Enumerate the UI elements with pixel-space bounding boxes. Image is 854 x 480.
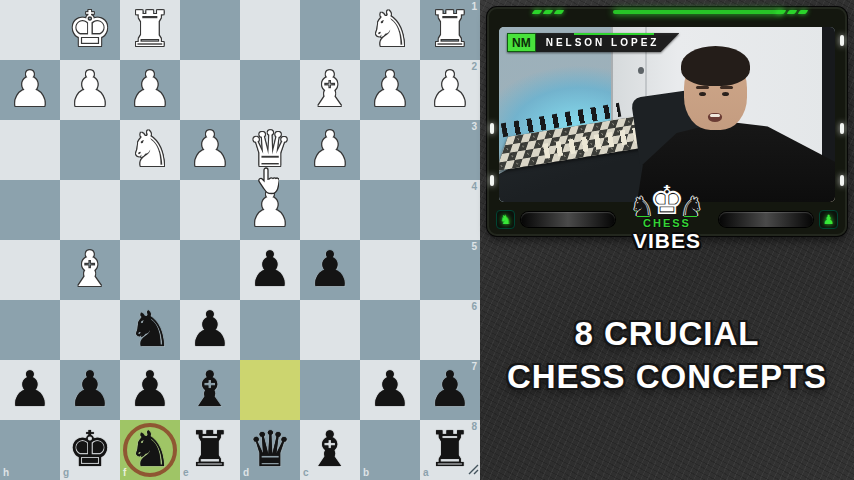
- frame-edge-dash: [490, 123, 494, 134]
- square-b7[interactable]: ♟: [360, 360, 420, 420]
- square-f8[interactable]: ♞f: [120, 420, 180, 480]
- square-a2[interactable]: ♟2: [420, 60, 480, 120]
- white-pawn[interactable]: ♟: [360, 60, 420, 120]
- presenter-eye: [699, 92, 706, 96]
- pawn-icon: ♟: [819, 210, 838, 229]
- square-d2[interactable]: [240, 60, 300, 120]
- frame-accent-line: [613, 10, 783, 14]
- square-a5[interactable]: 5: [420, 240, 480, 300]
- webcam-view[interactable]: NM NELSON LOPEZ: [499, 27, 835, 202]
- app: ♚♜♞♜1♟♟♟♝♟♟2♞♟♛♟3♟4♝♟♟5♞♟6♟♟♟♝♟♟7h♚g♞f♜e…: [0, 0, 854, 480]
- webcam-door-knob: [638, 67, 644, 74]
- white-rook[interactable]: ♜: [120, 0, 180, 60]
- rank-label: 6: [471, 302, 477, 312]
- file-label: b: [363, 468, 369, 478]
- square-g2[interactable]: ♟: [60, 60, 120, 120]
- file-label: a: [423, 468, 429, 478]
- square-a1[interactable]: ♜1: [420, 0, 480, 60]
- square-e6[interactable]: ♟: [180, 300, 240, 360]
- square-e3[interactable]: ♟: [180, 120, 240, 180]
- square-c3[interactable]: ♟: [300, 120, 360, 180]
- white-bishop[interactable]: ♝: [60, 240, 120, 300]
- square-e1[interactable]: [180, 0, 240, 60]
- square-c8[interactable]: ♝c: [300, 420, 360, 480]
- headline: 8 CRUCIAL CHESS CONCEPTS: [480, 312, 854, 398]
- right-panel: NM NELSON LOPEZ ♞ ♟ ♞ ♚ ♞ CHESS VIBES: [480, 0, 854, 480]
- black-bishop[interactable]: ♝: [180, 360, 240, 420]
- white-knight[interactable]: ♞: [120, 120, 180, 180]
- square-g7[interactable]: ♟: [60, 360, 120, 420]
- black-pawn[interactable]: ♟: [0, 360, 60, 420]
- frame-edge-dash: [490, 175, 494, 186]
- rank-label: 5: [471, 242, 477, 252]
- square-e8[interactable]: ♜e: [180, 420, 240, 480]
- right-slot: [719, 212, 813, 227]
- square-h4[interactable]: [0, 180, 60, 240]
- square-d3[interactable]: ♛: [240, 120, 300, 180]
- rank-label: 4: [471, 182, 477, 192]
- black-rook[interactable]: ♜: [180, 420, 240, 480]
- file-label: h: [3, 468, 9, 478]
- square-f2[interactable]: ♟: [120, 60, 180, 120]
- square-b1[interactable]: ♞: [360, 0, 420, 60]
- square-g8[interactable]: ♚g: [60, 420, 120, 480]
- chess-vibes-logo: ♞ ♚ ♞ CHESS VIBES: [630, 180, 704, 253]
- square-e2[interactable]: [180, 60, 240, 120]
- frame-edge-dash: [840, 35, 844, 46]
- white-pawn[interactable]: ♟: [0, 60, 60, 120]
- square-b5[interactable]: [360, 240, 420, 300]
- presenter-hair: [681, 46, 750, 86]
- black-pawn[interactable]: ♟: [180, 300, 240, 360]
- square-b4[interactable]: [360, 180, 420, 240]
- square-a7[interactable]: ♟7: [420, 360, 480, 420]
- name-tag: NM NELSON LOPEZ: [507, 33, 679, 52]
- logo-word-vibes: VIBES: [630, 229, 704, 253]
- rank-label: 1: [471, 2, 477, 12]
- square-a4[interactable]: 4: [420, 180, 480, 240]
- square-c5[interactable]: ♟: [300, 240, 360, 300]
- square-g3[interactable]: [60, 120, 120, 180]
- rank-label: 2: [471, 62, 477, 72]
- square-f7[interactable]: ♟: [120, 360, 180, 420]
- white-king[interactable]: ♚: [60, 0, 120, 60]
- square-c2[interactable]: ♝: [300, 60, 360, 120]
- black-pawn[interactable]: ♟: [300, 240, 360, 300]
- square-h7[interactable]: ♟: [0, 360, 60, 420]
- square-e5[interactable]: [180, 240, 240, 300]
- presenter-head: [684, 52, 747, 130]
- square-b8[interactable]: b: [360, 420, 420, 480]
- square-c4[interactable]: [300, 180, 360, 240]
- square-c1[interactable]: [300, 0, 360, 60]
- square-e7[interactable]: ♝: [180, 360, 240, 420]
- white-pawn[interactable]: ♟: [120, 60, 180, 120]
- square-a3[interactable]: 3: [420, 120, 480, 180]
- rank-label: 3: [471, 122, 477, 132]
- title-badge: NM: [507, 33, 536, 52]
- square-g4[interactable]: [60, 180, 120, 240]
- square-h3[interactable]: [0, 120, 60, 180]
- square-f1[interactable]: ♜: [120, 0, 180, 60]
- white-pawn[interactable]: ♟: [60, 60, 120, 120]
- square-d5[interactable]: ♟: [240, 240, 300, 300]
- white-knight[interactable]: ♞: [360, 0, 420, 60]
- black-pawn[interactable]: ♟: [60, 360, 120, 420]
- frame-accent-dashes-right: [777, 10, 807, 14]
- frame-accent-dashes-left: [533, 10, 563, 14]
- square-c6[interactable]: [300, 300, 360, 360]
- file-label: d: [243, 468, 249, 478]
- white-pawn[interactable]: ♟: [240, 180, 300, 240]
- black-knight[interactable]: ♞: [120, 300, 180, 360]
- chess-board: ♚♜♞♜1♟♟♟♝♟♟2♞♟♛♟3♟4♝♟♟5♞♟6♟♟♟♝♟♟7h♚g♞f♜e…: [0, 0, 480, 480]
- square-g5[interactable]: ♝: [60, 240, 120, 300]
- square-b2[interactable]: ♟: [360, 60, 420, 120]
- white-pawn[interactable]: ♟: [180, 120, 240, 180]
- file-label: e: [183, 468, 189, 478]
- square-h6[interactable]: [0, 300, 60, 360]
- knight-icon: ♞: [496, 210, 515, 229]
- square-h5[interactable]: [0, 240, 60, 300]
- square-a6[interactable]: 6: [420, 300, 480, 360]
- board-pane: ♚♜♞♜1♟♟♟♝♟♟2♞♟♛♟3♟4♝♟♟5♞♟6♟♟♟♝♟♟7h♚g♞f♜e…: [0, 0, 480, 480]
- white-bishop[interactable]: ♝: [300, 60, 360, 120]
- rank-label: 8: [471, 422, 477, 432]
- white-pawn[interactable]: ♟: [300, 120, 360, 180]
- square-h8[interactable]: h: [0, 420, 60, 480]
- white-queen[interactable]: ♛: [240, 120, 300, 180]
- rank-label: 7: [471, 362, 477, 372]
- frame-edge-dash: [840, 175, 844, 186]
- frame-edge-dash: [840, 123, 844, 134]
- square-f4[interactable]: [120, 180, 180, 240]
- square-d6[interactable]: [240, 300, 300, 360]
- black-pawn[interactable]: ♟: [360, 360, 420, 420]
- square-h1[interactable]: [0, 0, 60, 60]
- black-bishop[interactable]: ♝: [300, 420, 360, 480]
- square-g6[interactable]: [60, 300, 120, 360]
- square-g1[interactable]: ♚: [60, 0, 120, 60]
- player-name: NELSON LOPEZ: [536, 33, 680, 52]
- square-f3[interactable]: ♞: [120, 120, 180, 180]
- headline-line2: CHESS CONCEPTS: [480, 355, 854, 398]
- file-label: g: [63, 468, 69, 478]
- black-pawn[interactable]: ♟: [240, 240, 300, 300]
- resize-handle-icon[interactable]: [468, 461, 479, 479]
- square-d7[interactable]: [240, 360, 300, 420]
- square-b6[interactable]: [360, 300, 420, 360]
- black-knight[interactable]: ♞: [120, 420, 180, 480]
- presenter-mouth: [708, 113, 722, 122]
- left-slot: [521, 212, 615, 227]
- logo-king-icon: ♚: [649, 180, 685, 220]
- square-e4[interactable]: [180, 180, 240, 240]
- logo-pieces: ♞ ♚ ♞: [630, 180, 704, 220]
- square-d8[interactable]: ♛d: [240, 420, 300, 480]
- presenter-eye: [722, 92, 729, 96]
- square-h2[interactable]: ♟: [0, 60, 60, 120]
- square-d1[interactable]: [240, 0, 300, 60]
- file-label: c: [303, 468, 309, 478]
- square-b3[interactable]: [360, 120, 420, 180]
- headline-line1: 8 CRUCIAL: [480, 312, 854, 355]
- file-label: f: [123, 468, 126, 478]
- square-f5[interactable]: [120, 240, 180, 300]
- square-d4[interactable]: ♟: [240, 180, 300, 240]
- black-pawn[interactable]: ♟: [120, 360, 180, 420]
- square-f6[interactable]: ♞: [120, 300, 180, 360]
- square-c7[interactable]: [300, 360, 360, 420]
